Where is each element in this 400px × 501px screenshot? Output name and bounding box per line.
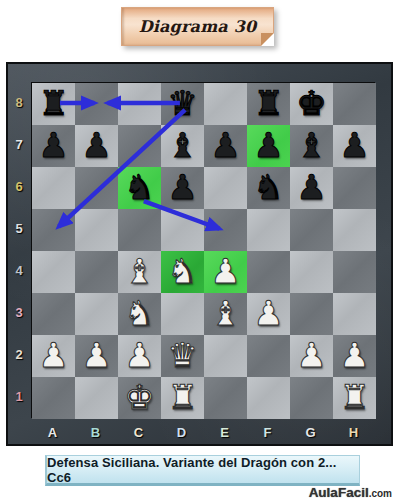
- square-c5: [118, 209, 161, 251]
- square-d4: ♞: [161, 251, 204, 293]
- square-f6: ♞: [247, 167, 290, 209]
- square-e2: [204, 335, 247, 377]
- square-c8: [118, 83, 161, 125]
- caption-text: Defensa Siciliana. Variante del Dragón c…: [47, 455, 359, 485]
- square-a8: ♜: [32, 83, 75, 125]
- board-squares: ♜♛♜♚♟♟♝♟♟♝♟♞♟♞♟♝♞♟♞♝♟♟♟♟♛♟♟♚♜♜: [31, 82, 375, 418]
- square-d7: ♝: [161, 125, 204, 167]
- rank-label-5: 5: [8, 208, 30, 250]
- square-b4: [75, 251, 118, 293]
- white-knight-d4: ♞: [167, 254, 197, 288]
- file-label-e: E: [203, 421, 246, 445]
- square-f1: [247, 377, 290, 419]
- square-c7: [118, 125, 161, 167]
- square-f3: ♟: [247, 293, 290, 335]
- white-pawn-a2: ♟: [38, 338, 68, 372]
- site-brand: AulaFacil.com: [309, 484, 392, 499]
- black-rook-f8: ♜: [253, 86, 283, 120]
- square-b5: [75, 209, 118, 251]
- square-c6: ♞: [118, 167, 161, 209]
- square-d2: ♛: [161, 335, 204, 377]
- square-h7: ♟: [333, 125, 376, 167]
- square-e7: ♟: [204, 125, 247, 167]
- chess-board: ♜♛♜♚♟♟♝♟♟♝♟♞♟♞♟♝♞♟♞♝♟♟♟♟♛♟♟♚♜♜ 87654321A…: [6, 62, 393, 446]
- black-pawn-g6: ♟: [296, 170, 326, 204]
- square-g7: ♝: [290, 125, 333, 167]
- square-f4: [247, 251, 290, 293]
- square-h4: [333, 251, 376, 293]
- file-label-d: D: [160, 421, 203, 445]
- black-pawn-a7: ♟: [38, 128, 68, 162]
- square-b2: ♟: [75, 335, 118, 377]
- black-knight-f6: ♞: [253, 170, 283, 204]
- square-c3: ♞: [118, 293, 161, 335]
- square-h3: [333, 293, 376, 335]
- square-b6: [75, 167, 118, 209]
- square-c2: ♟: [118, 335, 161, 377]
- square-a3: [32, 293, 75, 335]
- square-h1: ♜: [333, 377, 376, 419]
- square-h6: [333, 167, 376, 209]
- file-label-a: A: [31, 421, 74, 445]
- square-b1: [75, 377, 118, 419]
- black-king-g8: ♚: [296, 86, 326, 120]
- square-b7: ♟: [75, 125, 118, 167]
- file-label-f: F: [246, 421, 289, 445]
- square-h2: ♟: [333, 335, 376, 377]
- square-a2: ♟: [32, 335, 75, 377]
- rank-label-6: 6: [8, 166, 30, 208]
- white-pawn-b2: ♟: [81, 338, 111, 372]
- brand-name: AulaFacil: [309, 485, 369, 500]
- black-bishop-d7: ♝: [167, 128, 197, 162]
- square-d5: [161, 209, 204, 251]
- white-rook-h1: ♜: [339, 380, 369, 414]
- square-d8: ♛: [161, 83, 204, 125]
- black-knight-c6: ♞: [124, 170, 154, 204]
- square-a7: ♟: [32, 125, 75, 167]
- square-b3: [75, 293, 118, 335]
- rank-label-8: 8: [8, 82, 30, 124]
- square-f2: [247, 335, 290, 377]
- square-h5: [333, 209, 376, 251]
- square-g6: ♟: [290, 167, 333, 209]
- white-pawn-f3: ♟: [253, 296, 283, 330]
- black-pawn-e7: ♟: [210, 128, 240, 162]
- square-e1: [204, 377, 247, 419]
- rank-label-4: 4: [8, 250, 30, 292]
- brand-tld: .com: [369, 488, 392, 499]
- square-g8: ♚: [290, 83, 333, 125]
- black-pawn-b7: ♟: [81, 128, 111, 162]
- rank-label-1: 1: [8, 376, 30, 418]
- rank-label-3: 3: [8, 292, 30, 334]
- square-a1: [32, 377, 75, 419]
- square-d6: ♟: [161, 167, 204, 209]
- diagram-title: Diagrama 30: [139, 17, 257, 36]
- file-label-c: C: [117, 421, 160, 445]
- square-g1: [290, 377, 333, 419]
- square-g4: [290, 251, 333, 293]
- white-pawn-e4: ♟: [210, 254, 240, 288]
- square-f5: [247, 209, 290, 251]
- square-a4: [32, 251, 75, 293]
- black-rook-a8: ♜: [38, 86, 68, 120]
- square-a5: [32, 209, 75, 251]
- square-h8: [333, 83, 376, 125]
- square-g3: [290, 293, 333, 335]
- caption-box: Defensa Siciliana. Variante del Dragón c…: [45, 455, 360, 486]
- page: Diagrama 30 ♜♛♜♚♟♟♝♟♟♝♟♞♟♞♟♝♞♟♞♝♟♟♟♟♛♟♟♚…: [0, 0, 400, 501]
- rank-label-7: 7: [8, 124, 30, 166]
- rank-label-2: 2: [8, 334, 30, 376]
- white-pawn-h2: ♟: [339, 338, 369, 372]
- square-e5: [204, 209, 247, 251]
- square-d3: [161, 293, 204, 335]
- file-label-g: G: [289, 421, 332, 445]
- square-e4: ♟: [204, 251, 247, 293]
- square-e8: [204, 83, 247, 125]
- file-label-b: B: [74, 421, 117, 445]
- white-bishop-c4: ♝: [124, 254, 154, 288]
- square-d1: ♜: [161, 377, 204, 419]
- square-f8: ♜: [247, 83, 290, 125]
- black-pawn-d6: ♟: [167, 170, 197, 204]
- square-c4: ♝: [118, 251, 161, 293]
- square-a6: [32, 167, 75, 209]
- square-g2: ♟: [290, 335, 333, 377]
- square-g5: [290, 209, 333, 251]
- black-queen-d8: ♛: [167, 86, 197, 120]
- black-bishop-g7: ♝: [296, 128, 326, 162]
- square-f7: ♟: [247, 125, 290, 167]
- square-e6: [204, 167, 247, 209]
- white-knight-c3: ♞: [124, 296, 154, 330]
- white-rook-d1: ♜: [167, 380, 197, 414]
- square-e3: ♝: [204, 293, 247, 335]
- black-pawn-h7: ♟: [339, 128, 369, 162]
- black-pawn-f7: ♟: [253, 128, 283, 162]
- white-queen-d2: ♛: [167, 338, 197, 372]
- white-pawn-c2: ♟: [124, 338, 154, 372]
- white-pawn-g2: ♟: [296, 338, 326, 372]
- file-label-h: H: [332, 421, 375, 445]
- white-bishop-e3: ♝: [210, 296, 240, 330]
- square-b8: [75, 83, 118, 125]
- diagram-title-ribbon: Diagrama 30: [121, 7, 274, 46]
- square-c1: ♚: [118, 377, 161, 419]
- white-king-c1: ♚: [124, 380, 154, 414]
